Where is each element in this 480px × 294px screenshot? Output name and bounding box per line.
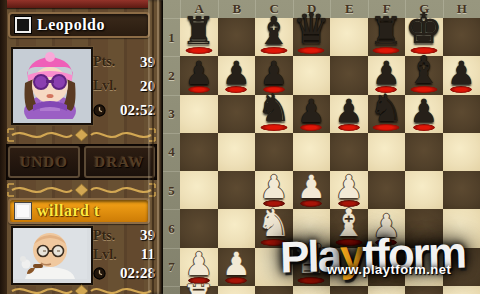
black-rook-a1[interactable]: ♜ bbox=[180, 12, 218, 50]
gold-divider bbox=[6, 182, 157, 198]
black-pawn-c2[interactable]: ♟ bbox=[255, 57, 293, 89]
square-g6[interactable] bbox=[405, 209, 443, 247]
bottom-player-nameplate: willard t bbox=[8, 198, 150, 224]
rank-label-3: 3 bbox=[163, 95, 180, 133]
white-rook-a8[interactable]: ♜ bbox=[180, 280, 218, 294]
top-player-avatar bbox=[11, 47, 93, 125]
player-panel: Leopoldo Pts. 39 Lvl. 20 bbox=[0, 0, 163, 294]
square-e3[interactable]: ♟ bbox=[330, 95, 368, 133]
pts-label: Pts. bbox=[93, 228, 115, 244]
black-pawn-g3[interactable]: ♟ bbox=[405, 95, 443, 127]
square-b7[interactable]: ♟ bbox=[218, 248, 256, 286]
square-a6[interactable] bbox=[180, 209, 218, 247]
square-b1[interactable] bbox=[218, 18, 256, 56]
draw-button[interactable]: DRAW bbox=[84, 146, 156, 178]
white-color-swatch bbox=[15, 203, 31, 219]
file-label-h: H bbox=[443, 0, 480, 18]
black-color-swatch bbox=[15, 17, 31, 33]
square-g5[interactable] bbox=[405, 171, 443, 209]
square-h8[interactable] bbox=[443, 286, 480, 294]
square-h4[interactable] bbox=[443, 133, 480, 171]
file-label-e: E bbox=[330, 0, 368, 18]
square-e2[interactable] bbox=[330, 56, 368, 94]
black-bishop-c1[interactable]: ♝ bbox=[255, 12, 293, 50]
square-d7[interactable]: ♛ bbox=[293, 248, 331, 286]
lvl-label: Lvl. bbox=[93, 247, 117, 263]
gold-divider bbox=[6, 127, 157, 143]
action-button-bar: UNDO DRAW bbox=[6, 144, 157, 180]
black-pawn-d3[interactable]: ♟ bbox=[293, 95, 331, 127]
square-b4[interactable] bbox=[218, 133, 256, 171]
square-a4[interactable] bbox=[180, 133, 218, 171]
square-c1[interactable]: ♝ bbox=[255, 18, 293, 56]
pts-label: Pts. bbox=[93, 54, 115, 70]
square-e4[interactable] bbox=[330, 133, 368, 171]
black-queen-d1[interactable]: ♛ bbox=[293, 8, 331, 50]
square-a8[interactable]: ♜ bbox=[180, 286, 218, 294]
square-b8[interactable] bbox=[218, 286, 256, 294]
white-queen-d7[interactable]: ♛ bbox=[293, 238, 331, 280]
square-h6[interactable] bbox=[443, 209, 480, 247]
square-f6[interactable]: ♟ bbox=[368, 209, 406, 247]
square-b3[interactable] bbox=[218, 95, 256, 133]
square-g8[interactable] bbox=[405, 286, 443, 294]
man-avatar-graphic bbox=[13, 228, 87, 279]
undo-button[interactable]: UNDO bbox=[8, 146, 80, 178]
square-a2[interactable]: ♟ bbox=[180, 56, 218, 94]
top-player-stats: Pts. 39 Lvl. 20 02:52 bbox=[93, 50, 155, 122]
square-f7[interactable] bbox=[368, 248, 406, 286]
white-bishop-e6[interactable]: ♝ bbox=[330, 204, 368, 242]
square-c8[interactable] bbox=[255, 286, 293, 294]
square-b6[interactable] bbox=[218, 209, 256, 247]
square-g4[interactable] bbox=[405, 133, 443, 171]
square-c7[interactable] bbox=[255, 248, 293, 286]
square-e6[interactable]: ♝ bbox=[330, 209, 368, 247]
square-e8[interactable] bbox=[330, 286, 368, 294]
square-h5[interactable] bbox=[443, 171, 480, 209]
square-f8[interactable] bbox=[368, 286, 406, 294]
square-h2[interactable]: ♟ bbox=[443, 56, 480, 94]
black-knight-c3[interactable]: ♞ bbox=[255, 89, 293, 127]
board-squares: ♜♝♛♜♚♟♟♟♟♝♟♞♟♟♞♟♟♟♟♞♝♟♟♟♛♜ bbox=[180, 18, 480, 294]
black-pawn-f2[interactable]: ♟ bbox=[368, 57, 406, 89]
white-pawn-a7[interactable]: ♟ bbox=[180, 248, 218, 280]
bottom-player-avatar bbox=[11, 226, 93, 285]
square-h3[interactable] bbox=[443, 95, 480, 133]
square-a3[interactable] bbox=[180, 95, 218, 133]
rank-labels: 12345678 bbox=[163, 18, 180, 294]
white-pawn-b7[interactable]: ♟ bbox=[218, 248, 256, 280]
top-player-name: Leopoldo bbox=[37, 16, 105, 34]
clock-icon bbox=[93, 267, 106, 280]
square-f4[interactable] bbox=[368, 133, 406, 171]
rank-label-2: 2 bbox=[163, 56, 180, 94]
square-d2[interactable] bbox=[293, 56, 331, 94]
white-pawn-e5[interactable]: ♟ bbox=[330, 171, 368, 203]
square-g7[interactable] bbox=[405, 248, 443, 286]
square-d4[interactable] bbox=[293, 133, 331, 171]
chess-board: ABCDEFGH 12345678 ♜♝♛♜♚♟♟♟♟♝♟♞♟♟♞♟♟♟♟♞♝♟… bbox=[163, 0, 480, 294]
square-h7[interactable] bbox=[443, 248, 480, 286]
bottom-player-name: willard t bbox=[37, 202, 100, 220]
gold-divider-partial bbox=[6, 283, 157, 294]
girl-avatar-graphic bbox=[13, 49, 87, 119]
black-pawn-h2[interactable]: ♟ bbox=[443, 57, 480, 89]
rank-label-5: 5 bbox=[163, 171, 180, 209]
black-knight-f3[interactable]: ♞ bbox=[368, 89, 406, 127]
board-corner bbox=[163, 0, 180, 18]
white-pawn-c5[interactable]: ♟ bbox=[255, 171, 293, 203]
square-c3[interactable]: ♞ bbox=[255, 95, 293, 133]
clock-icon bbox=[93, 104, 106, 117]
square-d1[interactable]: ♛ bbox=[293, 18, 331, 56]
rank-label-6: 6 bbox=[163, 209, 180, 247]
rank-label-1: 1 bbox=[163, 18, 180, 56]
white-knight-c6[interactable]: ♞ bbox=[255, 204, 293, 242]
square-g2[interactable]: ♝ bbox=[405, 56, 443, 94]
square-c4[interactable] bbox=[255, 133, 293, 171]
rank-label-7: 7 bbox=[163, 248, 180, 286]
lvl-label: Lvl. bbox=[93, 78, 117, 94]
panel-top-red-bar bbox=[7, 0, 148, 8]
black-king-g1[interactable]: ♚ bbox=[405, 8, 443, 50]
rank-label-8: 8 bbox=[163, 286, 180, 294]
square-b2[interactable]: ♟ bbox=[218, 56, 256, 94]
square-f3[interactable]: ♞ bbox=[368, 95, 406, 133]
square-a1[interactable]: ♜ bbox=[180, 18, 218, 56]
square-h1[interactable] bbox=[443, 18, 480, 56]
black-rook-f1[interactable]: ♜ bbox=[368, 12, 406, 50]
square-f1[interactable]: ♜ bbox=[368, 18, 406, 56]
square-g3[interactable]: ♟ bbox=[405, 95, 443, 133]
wood-pillar bbox=[148, 0, 163, 294]
bottom-player-stats: Pts. 39 Lvl. 11 02:28 bbox=[93, 226, 155, 283]
black-pawn-e3[interactable]: ♟ bbox=[330, 95, 368, 127]
square-d8[interactable] bbox=[293, 286, 331, 294]
square-f5[interactable] bbox=[368, 171, 406, 209]
square-c6[interactable]: ♞ bbox=[255, 209, 293, 247]
black-pawn-a2[interactable]: ♟ bbox=[180, 57, 218, 89]
square-b5[interactable] bbox=[218, 171, 256, 209]
file-label-b: B bbox=[218, 0, 256, 18]
square-d3[interactable]: ♟ bbox=[293, 95, 331, 133]
white-pawn-f6[interactable]: ♟ bbox=[368, 210, 406, 242]
square-d5[interactable]: ♟ bbox=[293, 171, 331, 209]
rank-label-4: 4 bbox=[163, 133, 180, 171]
black-pawn-b2[interactable]: ♟ bbox=[218, 57, 256, 89]
black-bishop-g2[interactable]: ♝ bbox=[405, 51, 443, 89]
white-pawn-d5[interactable]: ♟ bbox=[293, 171, 331, 203]
square-a5[interactable] bbox=[180, 171, 218, 209]
top-player-nameplate: Leopoldo bbox=[8, 12, 150, 38]
square-e1[interactable] bbox=[330, 18, 368, 56]
square-e7[interactable] bbox=[330, 248, 368, 286]
